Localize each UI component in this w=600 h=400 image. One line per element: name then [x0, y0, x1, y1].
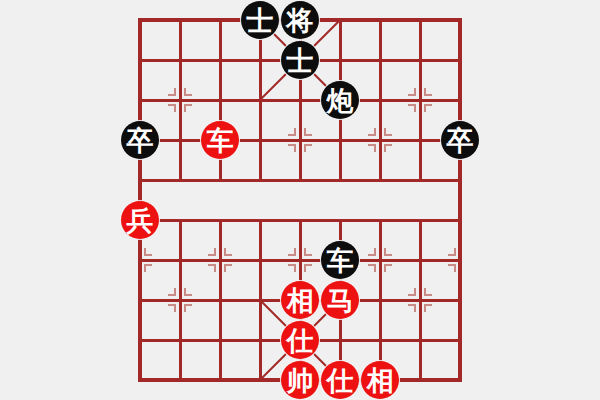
piece-red-elephant[interactable]: 相	[281, 281, 319, 319]
piece-red-chariot[interactable]: 车	[201, 121, 239, 159]
pieces-grid: 士将士炮卒车卒兵车相马仕帅仕相	[120, 0, 480, 400]
piece-red-advisor[interactable]: 仕	[321, 361, 359, 399]
piece-red-horse[interactable]: 马	[321, 281, 359, 319]
piece-black-advisor[interactable]: 士	[281, 41, 319, 79]
piece-red-advisor[interactable]: 仕	[281, 321, 319, 359]
piece-black-soldier[interactable]: 卒	[121, 121, 159, 159]
piece-black-cannon[interactable]: 炮	[321, 81, 359, 119]
piece-red-general[interactable]: 帅	[281, 361, 319, 399]
piece-red-elephant[interactable]: 相	[361, 361, 399, 399]
piece-black-general[interactable]: 将	[281, 1, 319, 39]
piece-black-advisor[interactable]: 士	[241, 1, 279, 39]
piece-black-soldier[interactable]: 卒	[441, 121, 479, 159]
piece-black-chariot[interactable]: 车	[321, 241, 359, 279]
piece-red-soldier[interactable]: 兵	[121, 201, 159, 239]
page-background: 士将士炮卒车卒兵车相马仕帅仕相	[0, 0, 600, 400]
xiangqi-board: 士将士炮卒车卒兵车相马仕帅仕相	[0, 0, 600, 400]
